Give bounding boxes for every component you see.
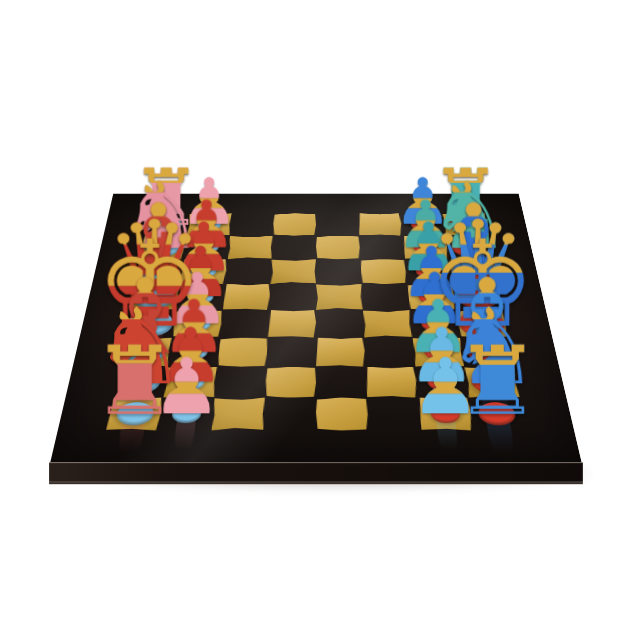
black-rook-glyph: ♜♜ — [408, 336, 585, 414]
chessboard: ♜♜♟♟♟♟♜♜♞♞♟♟♟♟♞♞♝♝♟♟♟♟♝♝♛♛♟♟♟♟♛♛♚♚♟♟♟♟♚♚… — [50, 194, 582, 463]
piece-reflection — [172, 414, 196, 457]
square-a3[interactable] — [230, 213, 274, 235]
chessboard-scene: ♜♜♟♟♟♟♜♜♞♞♟♟♟♟♞♞♝♝♟♟♟♟♝♝♛♛♟♟♟♟♛♛♚♚♟♟♟♟♚♚… — [0, 0, 640, 640]
square-a4[interactable] — [273, 213, 316, 235]
square-b3[interactable] — [227, 236, 272, 259]
square-b5[interactable] — [316, 236, 360, 259]
board-near-edge — [49, 462, 583, 484]
photo-background: { "game": "chess", "scene": "Painted woo… — [0, 0, 640, 640]
square-a6[interactable] — [358, 213, 402, 235]
piece-reflection — [116, 414, 147, 460]
square-a5[interactable] — [316, 213, 359, 235]
square-b6[interactable] — [359, 236, 404, 259]
piece-reflection — [436, 414, 460, 457]
piece-reflection — [486, 414, 517, 460]
white-rook-glyph: ♜♜ — [47, 336, 224, 414]
square-b4[interactable] — [272, 236, 316, 259]
